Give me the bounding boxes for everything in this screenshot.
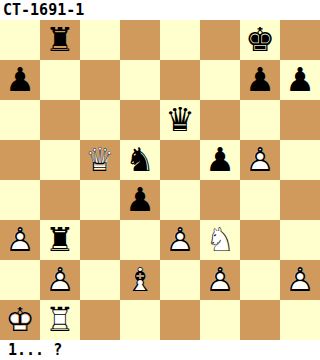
- square-g3[interactable]: [240, 220, 280, 260]
- square-b3[interactable]: ♜: [40, 220, 80, 260]
- square-c8[interactable]: [80, 20, 120, 60]
- square-a5[interactable]: [0, 140, 40, 180]
- square-b7[interactable]: [40, 60, 80, 100]
- square-g4[interactable]: [240, 180, 280, 220]
- piece-glyph: ♙: [40, 260, 80, 300]
- square-b5[interactable]: [40, 140, 80, 180]
- square-g2[interactable]: [240, 260, 280, 300]
- square-e1[interactable]: [160, 300, 200, 340]
- square-d8[interactable]: [120, 20, 160, 60]
- square-e8[interactable]: [160, 20, 200, 60]
- piece-black-knight[interactable]: ♞: [120, 140, 160, 180]
- chess-diagram-window: CT-1691-1 ♜♚♟♟♟♛♛♕♞♟♟♙♟♟♙♜♟♙♞♘♟♙♝♗♟♙♟♙♚♔…: [0, 0, 320, 360]
- piece-white-pawn[interactable]: ♟♙: [280, 260, 320, 300]
- square-e3[interactable]: ♟♙: [160, 220, 200, 260]
- piece-black-king[interactable]: ♚: [240, 20, 280, 60]
- square-h7[interactable]: ♟: [280, 60, 320, 100]
- square-d1[interactable]: [120, 300, 160, 340]
- square-c7[interactable]: [80, 60, 120, 100]
- square-c4[interactable]: [80, 180, 120, 220]
- square-e7[interactable]: [160, 60, 200, 100]
- square-e5[interactable]: [160, 140, 200, 180]
- piece-glyph: ♔: [0, 300, 40, 340]
- square-a2[interactable]: [0, 260, 40, 300]
- square-a4[interactable]: [0, 180, 40, 220]
- square-f7[interactable]: [200, 60, 240, 100]
- square-g7[interactable]: ♟: [240, 60, 280, 100]
- piece-glyph: ♙: [280, 260, 320, 300]
- square-f5[interactable]: ♟: [200, 140, 240, 180]
- square-c1[interactable]: [80, 300, 120, 340]
- piece-glyph: ♛: [160, 100, 200, 140]
- piece-glyph: ♜: [40, 20, 80, 60]
- square-h5[interactable]: [280, 140, 320, 180]
- square-h3[interactable]: [280, 220, 320, 260]
- move-prompt: 1... ?: [0, 340, 320, 360]
- square-g6[interactable]: [240, 100, 280, 140]
- square-d2[interactable]: ♝♗: [120, 260, 160, 300]
- square-h8[interactable]: [280, 20, 320, 60]
- piece-white-queen[interactable]: ♛♕: [80, 140, 120, 180]
- square-f3[interactable]: ♞♘: [200, 220, 240, 260]
- chess-board: ♜♚♟♟♟♛♛♕♞♟♟♙♟♟♙♜♟♙♞♘♟♙♝♗♟♙♟♙♚♔♜♖: [0, 20, 320, 340]
- square-d7[interactable]: [120, 60, 160, 100]
- square-c2[interactable]: [80, 260, 120, 300]
- piece-glyph: ♙: [240, 140, 280, 180]
- square-d5[interactable]: ♞: [120, 140, 160, 180]
- piece-glyph: ♙: [200, 260, 240, 300]
- square-b1[interactable]: ♜♖: [40, 300, 80, 340]
- piece-white-king[interactable]: ♚♔: [0, 300, 40, 340]
- square-g1[interactable]: [240, 300, 280, 340]
- piece-black-pawn[interactable]: ♟: [280, 60, 320, 100]
- square-b2[interactable]: ♟♙: [40, 260, 80, 300]
- piece-glyph: ♟: [240, 60, 280, 100]
- square-f2[interactable]: ♟♙: [200, 260, 240, 300]
- piece-glyph: ♙: [0, 220, 40, 260]
- piece-glyph: ♙: [160, 220, 200, 260]
- piece-white-knight[interactable]: ♞♘: [200, 220, 240, 260]
- piece-white-bishop[interactable]: ♝♗: [120, 260, 160, 300]
- square-b6[interactable]: [40, 100, 80, 140]
- piece-glyph: ♟: [120, 180, 160, 220]
- square-h1[interactable]: [280, 300, 320, 340]
- square-f6[interactable]: [200, 100, 240, 140]
- piece-white-pawn[interactable]: ♟♙: [240, 140, 280, 180]
- piece-black-rook[interactable]: ♜: [40, 20, 80, 60]
- piece-white-pawn[interactable]: ♟♙: [160, 220, 200, 260]
- square-h6[interactable]: [280, 100, 320, 140]
- piece-white-rook[interactable]: ♜♖: [40, 300, 80, 340]
- piece-glyph: ♕: [80, 140, 120, 180]
- square-d6[interactable]: [120, 100, 160, 140]
- piece-glyph: ♟: [280, 60, 320, 100]
- square-e4[interactable]: [160, 180, 200, 220]
- piece-black-rook[interactable]: ♜: [40, 220, 80, 260]
- square-b4[interactable]: [40, 180, 80, 220]
- puzzle-title: CT-1691-1: [0, 0, 320, 20]
- piece-white-pawn[interactable]: ♟♙: [0, 220, 40, 260]
- piece-glyph: ♘: [200, 220, 240, 260]
- piece-glyph: ♟: [200, 140, 240, 180]
- piece-white-pawn[interactable]: ♟♙: [40, 260, 80, 300]
- piece-black-pawn[interactable]: ♟: [0, 60, 40, 100]
- square-c3[interactable]: [80, 220, 120, 260]
- square-e6[interactable]: ♛: [160, 100, 200, 140]
- piece-black-pawn[interactable]: ♟: [200, 140, 240, 180]
- square-c5[interactable]: ♛♕: [80, 140, 120, 180]
- piece-glyph: ♗: [120, 260, 160, 300]
- piece-white-pawn[interactable]: ♟♙: [200, 260, 240, 300]
- square-a7[interactable]: ♟: [0, 60, 40, 100]
- piece-glyph: ♟: [0, 60, 40, 100]
- square-f1[interactable]: [200, 300, 240, 340]
- piece-glyph: ♖: [40, 300, 80, 340]
- square-a8[interactable]: [0, 20, 40, 60]
- piece-black-queen[interactable]: ♛: [160, 100, 200, 140]
- square-f8[interactable]: [200, 20, 240, 60]
- square-d3[interactable]: [120, 220, 160, 260]
- square-b8[interactable]: ♜: [40, 20, 80, 60]
- square-h2[interactable]: ♟♙: [280, 260, 320, 300]
- square-g8[interactable]: ♚: [240, 20, 280, 60]
- piece-glyph: ♚: [240, 20, 280, 60]
- square-a1[interactable]: ♚♔: [0, 300, 40, 340]
- square-a3[interactable]: ♟♙: [0, 220, 40, 260]
- square-c6[interactable]: [80, 100, 120, 140]
- square-h4[interactable]: [280, 180, 320, 220]
- square-a6[interactable]: [0, 100, 40, 140]
- square-g5[interactable]: ♟♙: [240, 140, 280, 180]
- piece-glyph: ♜: [40, 220, 80, 260]
- piece-black-pawn[interactable]: ♟: [240, 60, 280, 100]
- square-f4[interactable]: [200, 180, 240, 220]
- piece-glyph: ♞: [120, 140, 160, 180]
- square-d4[interactable]: ♟: [120, 180, 160, 220]
- piece-black-pawn[interactable]: ♟: [120, 180, 160, 220]
- square-e2[interactable]: [160, 260, 200, 300]
